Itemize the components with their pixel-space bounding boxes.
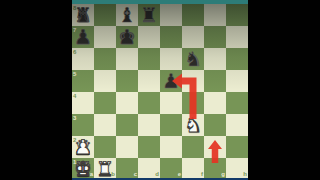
square-h3[interactable]: [226, 114, 248, 136]
square-e5[interactable]: [160, 70, 182, 92]
square-g4[interactable]: [204, 92, 226, 114]
rank-label-1: 1: [73, 159, 76, 165]
rank-label-2: 2: [73, 137, 76, 143]
square-c2[interactable]: [116, 136, 138, 158]
square-c8[interactable]: [116, 4, 138, 26]
letterbox-left: [0, 0, 72, 180]
square-f6[interactable]: [182, 48, 204, 70]
rank-label-8: 8: [73, 5, 76, 11]
square-g6[interactable]: [204, 48, 226, 70]
square-a1[interactable]: 1a: [72, 158, 94, 180]
square-c7[interactable]: [116, 26, 138, 48]
square-f4[interactable]: [182, 92, 204, 114]
letterbox-right: [248, 0, 320, 180]
square-d4[interactable]: [138, 92, 160, 114]
file-label-d: d: [155, 171, 159, 177]
file-label-e: e: [178, 171, 181, 177]
square-a8[interactable]: 8: [72, 4, 94, 26]
video-frame: 87654321abcdefgh ♜♞♝♝♜♟♟♟♚♟♟♞♟♞♟♟♟♟♟♟♛♟♜…: [0, 0, 320, 180]
square-b8[interactable]: [94, 4, 116, 26]
square-d8[interactable]: [138, 4, 160, 26]
square-h6[interactable]: [226, 48, 248, 70]
square-e2[interactable]: [160, 136, 182, 158]
square-g8[interactable]: [204, 4, 226, 26]
rank-label-7: 7: [73, 27, 76, 33]
square-e7[interactable]: [160, 26, 182, 48]
square-g5[interactable]: [204, 70, 226, 92]
square-h8[interactable]: [226, 4, 248, 26]
square-h7[interactable]: [226, 26, 248, 48]
square-b1[interactable]: b: [94, 158, 116, 180]
square-c5[interactable]: [116, 70, 138, 92]
square-f3[interactable]: [182, 114, 204, 136]
square-g3[interactable]: [204, 114, 226, 136]
square-h1[interactable]: h: [226, 158, 248, 180]
square-e8[interactable]: [160, 4, 182, 26]
square-c4[interactable]: [116, 92, 138, 114]
square-a3[interactable]: 3: [72, 114, 94, 136]
chess-board[interactable]: 87654321abcdefgh: [72, 4, 248, 180]
rank-label-4: 4: [73, 93, 76, 99]
bottom-strip: [72, 178, 248, 180]
square-d1[interactable]: d: [138, 158, 160, 180]
square-a7[interactable]: 7: [72, 26, 94, 48]
square-c6[interactable]: [116, 48, 138, 70]
square-f5[interactable]: [182, 70, 204, 92]
square-f7[interactable]: [182, 26, 204, 48]
square-e3[interactable]: [160, 114, 182, 136]
rank-label-3: 3: [73, 115, 76, 121]
square-a5[interactable]: 5: [72, 70, 94, 92]
square-a6[interactable]: 6: [72, 48, 94, 70]
rank-label-5: 5: [73, 71, 76, 77]
square-e1[interactable]: e: [160, 158, 182, 180]
square-g1[interactable]: g: [204, 158, 226, 180]
file-label-h: h: [243, 171, 247, 177]
square-d5[interactable]: [138, 70, 160, 92]
square-f2[interactable]: [182, 136, 204, 158]
square-h2[interactable]: [226, 136, 248, 158]
square-e6[interactable]: [160, 48, 182, 70]
file-label-f: f: [201, 171, 203, 177]
file-label-g: g: [221, 171, 225, 177]
square-b5[interactable]: [94, 70, 116, 92]
square-h5[interactable]: [226, 70, 248, 92]
file-label-b: b: [111, 171, 115, 177]
file-label-c: c: [134, 171, 137, 177]
top-strip: [72, 0, 248, 4]
square-h4[interactable]: [226, 92, 248, 114]
square-d3[interactable]: [138, 114, 160, 136]
square-b4[interactable]: [94, 92, 116, 114]
square-a4[interactable]: 4: [72, 92, 94, 114]
square-c1[interactable]: c: [116, 158, 138, 180]
square-b6[interactable]: [94, 48, 116, 70]
square-d2[interactable]: [138, 136, 160, 158]
square-e4[interactable]: [160, 92, 182, 114]
square-f8[interactable]: [182, 4, 204, 26]
square-g2[interactable]: [204, 136, 226, 158]
square-d7[interactable]: [138, 26, 160, 48]
square-b7[interactable]: [94, 26, 116, 48]
square-a2[interactable]: 2: [72, 136, 94, 158]
square-f1[interactable]: f: [182, 158, 204, 180]
square-d6[interactable]: [138, 48, 160, 70]
square-c3[interactable]: [116, 114, 138, 136]
rank-label-6: 6: [73, 49, 76, 55]
square-g7[interactable]: [204, 26, 226, 48]
square-b3[interactable]: [94, 114, 116, 136]
square-b2[interactable]: [94, 136, 116, 158]
file-label-a: a: [90, 171, 93, 177]
